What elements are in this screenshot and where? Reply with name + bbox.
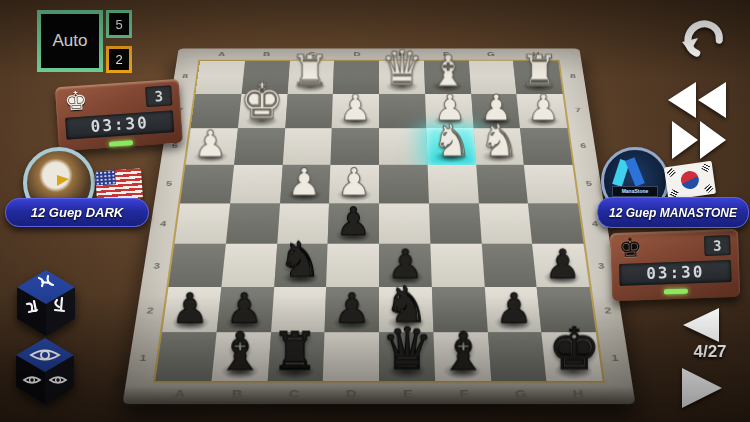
square-f6[interactable]: ♞ (426, 128, 476, 164)
board-playing-area: ♜♛♝♜♚♟♟♟♟♟♞♞♟♟♟♞♟♟♟♟♟♞♟♝♜♛♝♚ (153, 60, 605, 383)
eagle-beak (57, 175, 69, 186)
black-clock-led (664, 288, 688, 294)
rank-label: 1 (611, 353, 619, 362)
square-c7[interactable] (285, 94, 333, 129)
black-pawn-a2[interactable]: ♟ (171, 288, 208, 329)
square-h5[interactable] (524, 165, 578, 203)
file-label: B (263, 51, 271, 57)
square-a1[interactable] (155, 333, 216, 382)
white-bishop-f8[interactable]: ♝ (428, 48, 467, 91)
file-label: B (231, 387, 243, 399)
white-pawn-d7[interactable]: ♟ (339, 90, 371, 126)
rank-label: 5 (585, 180, 592, 187)
rank-label: 8 (570, 73, 577, 79)
black-bishop-f1[interactable]: ♝ (439, 325, 486, 378)
preset-5-label: 5 (115, 17, 122, 32)
white-rook-c8[interactable]: ♜ (291, 48, 330, 91)
fast-forward-icon[interactable] (670, 119, 728, 161)
rank-label: 5 (166, 180, 173, 187)
white-pawn-c5[interactable]: ♟ (288, 163, 322, 201)
eye-icon (16, 338, 74, 404)
rank-label: 2 (604, 306, 612, 315)
right-player-name: 12 Guep MANASTONE (609, 206, 737, 220)
square-c1[interactable]: ♜ (267, 333, 325, 382)
black-queen-e1[interactable]: ♛ (381, 320, 433, 378)
move-counter: 4/27 (678, 342, 742, 362)
previous-move-icon[interactable] (677, 306, 722, 344)
white-king-b7[interactable]: ♚ (239, 77, 283, 126)
square-b7[interactable]: ♚ (238, 94, 288, 129)
black-knight-c3[interactable]: ♞ (278, 236, 322, 285)
rank-label: 4 (159, 219, 166, 227)
square-a6[interactable]: ♟ (186, 128, 238, 164)
square-h4[interactable] (528, 203, 583, 244)
square-c8[interactable]: ♜ (287, 61, 334, 94)
square-g5[interactable] (476, 165, 528, 203)
file-label: C (288, 387, 299, 399)
rank-label: 3 (597, 261, 605, 269)
square-e7[interactable] (379, 94, 426, 129)
square-h7[interactable]: ♟ (517, 94, 568, 129)
file-label: G (514, 387, 527, 399)
black-pawn-d4[interactable]: ♟ (336, 202, 371, 241)
file-label: D (346, 387, 357, 399)
rank-label: 2 (146, 306, 154, 315)
square-a8[interactable] (195, 61, 244, 94)
black-clock-time: 03:30 (619, 260, 732, 286)
auto-button-label: Auto (53, 31, 88, 51)
taeguk-symbol (680, 170, 700, 190)
preset-2-button[interactable]: 2 (106, 46, 132, 73)
white-knight-g6[interactable]: ♞ (480, 118, 520, 163)
rank-label: 4 (591, 219, 598, 227)
black-player-clock: ♚ 3 03:30 (610, 229, 740, 301)
white-rook-h8[interactable]: ♜ (520, 48, 559, 91)
manastone-logo-bar (625, 157, 645, 187)
black-bishop-b1[interactable]: ♝ (216, 325, 263, 378)
file-label: A (174, 387, 186, 399)
square-b3[interactable] (221, 244, 277, 287)
square-e5[interactable] (379, 165, 429, 203)
square-e4[interactable] (379, 203, 430, 244)
file-labels-bottom: ABCDEFGH (150, 384, 608, 402)
white-pawn-h7[interactable]: ♟ (527, 90, 559, 126)
square-g6[interactable]: ♞ (473, 128, 524, 164)
calligraphy-dice-button[interactable] (17, 270, 75, 336)
right-player-name-banner: 12 Guep MANASTONE (597, 197, 749, 228)
square-h1[interactable]: ♚ (542, 333, 603, 382)
square-b1[interactable]: ♝ (211, 333, 270, 382)
square-d2[interactable]: ♟ (325, 287, 379, 333)
rank-label: 7 (575, 107, 582, 114)
black-king-h1[interactable]: ♚ (548, 320, 600, 378)
square-a3[interactable] (168, 244, 225, 287)
square-c3[interactable]: ♞ (274, 244, 328, 287)
square-a4[interactable] (175, 203, 230, 244)
square-g2[interactable]: ♟ (484, 287, 541, 333)
black-pawn-g2[interactable]: ♟ (496, 288, 533, 329)
white-clock-led (109, 140, 133, 147)
file-label: E (403, 387, 413, 399)
white-king-icon: ♚ (55, 85, 97, 118)
square-d3[interactable] (326, 244, 379, 287)
square-d5[interactable]: ♟ (329, 165, 379, 203)
black-king-icon: ♚ (610, 232, 651, 263)
white-queen-e8[interactable]: ♛ (380, 44, 423, 92)
white-clock-small-display: 3 (145, 85, 172, 107)
square-b5[interactable] (230, 165, 282, 203)
white-player-clock: ♚ 3 03:30 (55, 79, 183, 151)
file-label: F (459, 387, 469, 399)
square-b4[interactable] (226, 203, 280, 244)
file-label: G (487, 51, 495, 57)
square-a2[interactable]: ♟ (162, 287, 221, 333)
usa-flag-icon (95, 168, 143, 201)
rank-label: 3 (153, 261, 161, 269)
black-pawn-h3[interactable]: ♟ (545, 244, 581, 284)
square-f3[interactable] (430, 244, 484, 287)
file-label: H (572, 387, 584, 399)
square-b6[interactable] (234, 128, 285, 164)
board-grid: ♜♛♝♜♚♟♟♟♟♟♞♞♟♟♟♞♟♟♟♟♟♞♟♝♜♛♝♚ (155, 61, 602, 381)
square-c5[interactable]: ♟ (280, 165, 331, 203)
square-f5[interactable] (427, 165, 478, 203)
south-korea-flag-icon (664, 161, 716, 200)
file-label: D (353, 51, 360, 57)
manastone-logo-caption: ManaStone (612, 186, 658, 197)
eye-dice-button[interactable] (16, 338, 74, 404)
auto-button[interactable]: Auto (37, 10, 103, 72)
square-e1[interactable]: ♛ (379, 333, 435, 382)
preset-5-button[interactable]: 5 (106, 10, 132, 38)
next-move-icon[interactable] (678, 366, 726, 410)
square-g4[interactable] (478, 203, 532, 244)
black-pawn-d2[interactable]: ♟ (333, 288, 370, 329)
white-pawn-a6[interactable]: ♟ (193, 125, 226, 162)
white-knight-f6[interactable]: ♞ (431, 118, 471, 163)
board-frame: ABCDEFGH ABCDEFGH 87654321 87654321 ♜♛♝♜… (123, 48, 636, 404)
square-d4[interactable]: ♟ (328, 203, 379, 244)
square-e8[interactable]: ♛ (379, 61, 425, 94)
rewind-icon[interactable] (666, 80, 728, 120)
left-player-name: 12 Guep DARK (31, 205, 123, 220)
rank-label: 6 (580, 142, 587, 149)
black-clock-small-display: 3 (704, 235, 731, 256)
square-h3[interactable]: ♟ (532, 244, 589, 287)
rotate-reset-icon[interactable] (676, 14, 730, 62)
square-f4[interactable] (429, 203, 482, 244)
rank-label: 8 (182, 73, 189, 79)
square-f1[interactable]: ♝ (433, 333, 491, 382)
preset-2-label: 2 (115, 52, 122, 67)
black-rook-c1[interactable]: ♜ (272, 325, 319, 378)
square-d7[interactable]: ♟ (332, 94, 379, 129)
square-e6[interactable] (379, 128, 427, 164)
square-g3[interactable] (481, 244, 537, 287)
square-h6[interactable] (520, 128, 572, 164)
square-a5[interactable] (180, 165, 234, 203)
rank-label: 1 (139, 353, 147, 362)
chess-board: ABCDEFGH ABCDEFGH 87654321 87654321 ♜♛♝♜… (123, 48, 636, 404)
square-g1[interactable] (487, 333, 546, 382)
usa-flag-canton (95, 170, 116, 185)
file-labels-top: ABCDEFGH (199, 50, 560, 59)
calligraphy-strokes-icon (17, 270, 75, 336)
white-pawn-d5[interactable]: ♟ (337, 163, 371, 201)
file-label: A (218, 51, 226, 57)
left-player-name-banner: 12 Guep DARK (5, 198, 149, 227)
square-d1[interactable] (323, 333, 379, 382)
